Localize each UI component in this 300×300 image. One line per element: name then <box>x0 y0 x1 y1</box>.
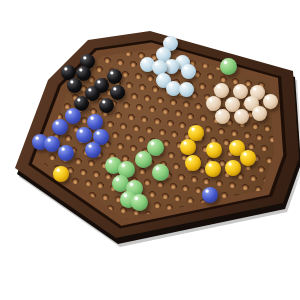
board-hole[interactable] <box>65 220 72 226</box>
marble-blue[interactable] <box>87 114 103 130</box>
board-hole[interactable] <box>226 34 233 40</box>
board-hole[interactable] <box>74 42 81 48</box>
board-hole[interactable] <box>162 108 169 114</box>
board-hole[interactable] <box>231 46 238 52</box>
board-hole[interactable] <box>122 71 129 77</box>
board-hole[interactable] <box>44 227 51 233</box>
board-hole[interactable] <box>216 180 223 186</box>
board-hole[interactable] <box>220 76 227 82</box>
board-hole[interactable] <box>154 202 161 208</box>
board-hole[interactable] <box>144 179 151 185</box>
board-hole[interactable] <box>17 191 24 197</box>
board-hole[interactable] <box>234 25 241 31</box>
board-hole[interactable] <box>22 202 29 208</box>
marble-green[interactable] <box>131 194 148 211</box>
board-hole[interactable] <box>37 68 44 74</box>
marble-blue[interactable] <box>65 108 81 124</box>
board-hole[interactable] <box>107 121 114 127</box>
board-hole[interactable] <box>90 108 97 114</box>
board-hole[interactable] <box>256 218 263 224</box>
board-hole[interactable] <box>139 168 146 174</box>
board-hole[interactable] <box>167 120 174 126</box>
board-hole[interactable] <box>29 77 36 83</box>
board-hole[interactable] <box>31 225 38 231</box>
board-hole[interactable] <box>187 113 194 119</box>
board-hole[interactable] <box>141 116 148 122</box>
marble-blue[interactable] <box>52 119 68 135</box>
board-hole[interactable] <box>128 114 135 120</box>
board-hole[interactable] <box>61 40 68 46</box>
marble-black[interactable] <box>107 69 122 84</box>
board-hole[interactable] <box>173 163 180 169</box>
board-hole[interactable] <box>53 49 60 55</box>
board-hole[interactable] <box>138 136 145 142</box>
marble-yellow[interactable] <box>206 142 222 158</box>
board-hole[interactable] <box>130 145 137 151</box>
marble-green[interactable] <box>152 164 169 181</box>
board-hole[interactable] <box>136 104 143 110</box>
board-hole[interactable] <box>122 155 129 161</box>
marble-peach[interactable] <box>252 106 267 121</box>
board-hole[interactable] <box>45 58 52 64</box>
board-hole[interactable] <box>24 66 31 72</box>
board-hole[interactable] <box>139 84 146 90</box>
board-hole[interactable] <box>43 26 50 32</box>
board-hole[interactable] <box>258 166 265 172</box>
board-hole[interactable] <box>147 75 154 81</box>
board-hole[interactable] <box>70 231 77 237</box>
marble-yellow[interactable] <box>53 166 69 182</box>
board-hole[interactable] <box>22 118 29 124</box>
marble-lightblue[interactable] <box>179 82 194 97</box>
board-hole[interactable] <box>252 38 259 44</box>
board-hole[interactable] <box>175 26 182 32</box>
board-hole[interactable] <box>75 158 82 164</box>
board-hole[interactable] <box>248 227 255 233</box>
board-hole[interactable] <box>182 185 189 191</box>
board-hole[interactable] <box>133 125 140 131</box>
marble-yellow[interactable] <box>240 150 256 166</box>
board-hole[interactable] <box>229 182 236 188</box>
marble-peach[interactable] <box>214 83 229 98</box>
board-hole[interactable] <box>168 152 175 158</box>
board-hole[interactable] <box>174 195 181 201</box>
board-hole[interactable] <box>195 103 202 109</box>
board-hole[interactable] <box>171 131 178 137</box>
marble-yellow[interactable] <box>185 155 201 171</box>
board-hole[interactable] <box>117 59 124 65</box>
board-hole[interactable] <box>40 47 47 53</box>
board-hole[interactable] <box>48 206 55 212</box>
board-hole[interactable] <box>205 42 212 48</box>
board-hole[interactable] <box>205 126 212 132</box>
board-hole[interactable] <box>144 95 151 101</box>
product-photo <box>0 0 300 300</box>
board-hole[interactable] <box>123 102 130 108</box>
board-hole[interactable] <box>152 86 159 92</box>
board-hole[interactable] <box>105 173 112 179</box>
board-hole[interactable] <box>120 123 127 129</box>
board-hole[interactable] <box>48 38 55 44</box>
board-hole[interactable] <box>179 122 186 128</box>
board-hole[interactable] <box>231 130 238 136</box>
board-hole[interactable] <box>218 44 225 50</box>
board-hole[interactable] <box>273 31 280 37</box>
board-hole[interactable] <box>27 213 34 219</box>
board-hole[interactable] <box>159 129 166 135</box>
board-hole[interactable] <box>80 169 87 175</box>
board-hole[interactable] <box>19 223 26 229</box>
marble-black[interactable] <box>110 85 125 100</box>
board-hole[interactable] <box>82 33 89 39</box>
board-hole[interactable] <box>248 143 255 149</box>
marble-green[interactable] <box>135 151 152 168</box>
board-hole[interactable] <box>97 182 104 188</box>
board-hole[interactable] <box>221 23 228 29</box>
board-hole[interactable] <box>131 93 138 99</box>
board-hole[interactable] <box>115 112 122 118</box>
board-hole[interactable] <box>40 215 47 221</box>
board-hole[interactable] <box>149 191 156 197</box>
board-hole[interactable] <box>19 54 26 60</box>
marble-blue[interactable] <box>76 127 92 143</box>
board-hole[interactable] <box>22 34 29 40</box>
board-hole[interactable] <box>199 83 206 89</box>
marble-peach[interactable] <box>233 84 248 99</box>
marble-blue[interactable] <box>58 145 74 161</box>
board-hole[interactable] <box>56 29 63 35</box>
board-hole[interactable] <box>85 180 92 186</box>
board-hole[interactable] <box>256 134 263 140</box>
board-hole[interactable] <box>69 31 76 37</box>
board-hole[interactable] <box>235 225 242 231</box>
board-hole[interactable] <box>286 33 293 39</box>
board-hole[interactable] <box>120 207 127 213</box>
board-hole[interactable] <box>264 125 271 131</box>
board-hole[interactable] <box>146 127 153 133</box>
board-hole[interactable] <box>218 128 225 134</box>
board-hole[interactable] <box>27 45 34 51</box>
board-hole[interactable] <box>17 22 24 28</box>
board-hole[interactable] <box>88 160 95 166</box>
board-hole[interactable] <box>232 78 239 84</box>
board-hole[interactable] <box>247 27 254 33</box>
board-hole[interactable] <box>35 36 42 42</box>
board-hole[interactable] <box>162 193 169 199</box>
marble-yellow[interactable] <box>180 139 196 155</box>
marble-yellow[interactable] <box>225 160 241 176</box>
board-hole[interactable] <box>93 171 100 177</box>
board-hole[interactable] <box>125 134 132 140</box>
marble-peach[interactable] <box>234 109 249 124</box>
board-hole[interactable] <box>102 194 109 200</box>
marble-green[interactable] <box>220 58 237 75</box>
board-hole[interactable] <box>191 176 198 182</box>
board-hole[interactable] <box>203 178 210 184</box>
board-hole[interactable] <box>187 197 194 203</box>
board-hole[interactable] <box>112 132 119 138</box>
board-hole[interactable] <box>33 88 40 94</box>
marble-lightblue[interactable] <box>181 64 196 79</box>
board-hole[interactable] <box>252 123 259 129</box>
board-hole[interactable] <box>21 86 28 92</box>
board-hole[interactable] <box>57 229 64 235</box>
board-hole[interactable] <box>200 115 207 121</box>
board-hole[interactable] <box>30 24 37 30</box>
board-hole[interactable] <box>269 220 276 226</box>
board-hole[interactable] <box>90 23 97 29</box>
board-hole[interactable] <box>103 25 110 31</box>
board-hole[interactable] <box>126 82 133 88</box>
marble-black[interactable] <box>99 98 114 113</box>
board-hole[interactable] <box>17 107 24 113</box>
board-hole[interactable] <box>261 145 268 151</box>
board-hole[interactable] <box>274 232 281 238</box>
board-hole[interactable] <box>78 222 85 228</box>
board-hole[interactable] <box>213 32 220 38</box>
board-hole[interactable] <box>66 51 73 57</box>
marble-peach[interactable] <box>215 109 230 124</box>
board-hole[interactable] <box>244 48 251 54</box>
board-hole[interactable] <box>52 217 59 223</box>
board-hole[interactable] <box>149 106 156 112</box>
board-hole[interactable] <box>188 28 195 34</box>
board-hole[interactable] <box>170 183 177 189</box>
board-hole[interactable] <box>183 101 190 107</box>
board-hole[interactable] <box>96 66 103 72</box>
board-hole[interactable] <box>154 118 161 124</box>
marble-black[interactable] <box>67 78 82 93</box>
board-hole[interactable] <box>104 57 111 63</box>
board-hole[interactable] <box>242 184 249 190</box>
board-hole[interactable] <box>162 24 169 30</box>
board-hole[interactable] <box>157 181 164 187</box>
board-hole[interactable] <box>269 52 276 58</box>
board-hole[interactable] <box>250 175 257 181</box>
board-hole[interactable] <box>207 73 214 79</box>
board-hole[interactable] <box>239 36 246 42</box>
board-hole[interactable] <box>157 97 164 103</box>
board-hole[interactable] <box>25 97 32 103</box>
board-hole[interactable] <box>35 204 42 210</box>
marble-blue[interactable] <box>85 142 101 158</box>
board-hole[interactable] <box>178 174 185 180</box>
board-hole[interactable] <box>117 143 124 149</box>
board-hole[interactable] <box>130 61 137 67</box>
board-hole[interactable] <box>261 229 268 235</box>
board-hole[interactable] <box>170 99 177 105</box>
marble-peach[interactable] <box>263 94 278 109</box>
board-hole[interactable] <box>115 27 122 33</box>
board-hole[interactable] <box>49 154 56 160</box>
board-hole[interactable] <box>282 222 289 228</box>
board-hole[interactable] <box>245 80 252 86</box>
chinese-checkers-board <box>0 0 300 300</box>
board-hole[interactable] <box>277 43 284 49</box>
board-hole[interactable] <box>149 22 156 28</box>
board-hole[interactable] <box>200 30 207 36</box>
marble-yellow[interactable] <box>205 161 221 177</box>
board-hole[interactable] <box>163 140 170 146</box>
board-hole[interactable] <box>175 110 182 116</box>
board-hole[interactable] <box>32 56 39 62</box>
board-hole[interactable] <box>265 41 272 47</box>
marble-peach[interactable] <box>206 96 221 111</box>
board-hole[interactable] <box>202 231 209 237</box>
board-hole[interactable] <box>257 50 264 56</box>
board-hole[interactable] <box>260 29 267 35</box>
board-hole[interactable] <box>244 132 251 138</box>
marble-blue[interactable] <box>202 187 218 203</box>
board-hole[interactable] <box>65 135 72 141</box>
board-hole[interactable] <box>135 73 142 79</box>
board-hole[interactable] <box>282 54 289 60</box>
board-hole[interactable] <box>221 192 228 198</box>
board-hole[interactable] <box>30 193 37 199</box>
